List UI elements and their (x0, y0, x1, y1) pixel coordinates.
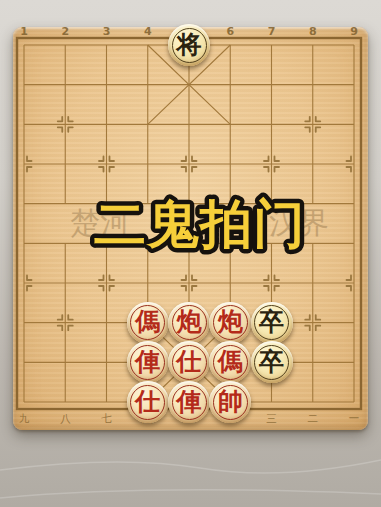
piece-glyph: 炮 (177, 309, 202, 334)
piece-red-cannon-2[interactable]: 炮 (209, 302, 251, 344)
piece-red-general[interactable]: 帥 (209, 381, 251, 423)
piece-glyph: 傌 (135, 309, 160, 334)
piece-glyph: 炮 (218, 309, 243, 334)
piece-red-horse-2[interactable]: 傌 (209, 341, 251, 383)
piece-glyph: 仕 (177, 349, 202, 374)
piece-red-cannon-1[interactable]: 炮 (168, 302, 210, 344)
piece-glyph: 俥 (177, 389, 202, 414)
piece-red-advisor-1[interactable]: 仕 (168, 341, 210, 383)
piece-glyph: 俥 (135, 349, 160, 374)
piece-red-chariot-1[interactable]: 俥 (127, 341, 169, 383)
piece-glyph: 仕 (135, 389, 160, 414)
pieces-layer: 将傌炮炮卒俥仕傌卒仕俥帥 (0, 0, 381, 507)
piece-red-advisor-2[interactable]: 仕 (127, 381, 169, 423)
piece-glyph: 傌 (218, 349, 243, 374)
piece-glyph: 卒 (259, 349, 284, 374)
piece-red-horse-1[interactable]: 傌 (127, 302, 169, 344)
app-canvas: 楚河 汉界 123456789 九八七六五四三二一 将傌炮炮卒俥仕傌卒仕俥帥 二… (0, 0, 381, 507)
piece-glyph: 帥 (218, 389, 243, 414)
piece-black-general[interactable]: 将 (168, 24, 210, 66)
piece-glyph: 将 (177, 32, 202, 57)
piece-red-chariot-2[interactable]: 俥 (168, 381, 210, 423)
piece-black-soldier-2[interactable]: 卒 (251, 341, 293, 383)
piece-glyph: 卒 (259, 309, 284, 334)
piece-black-soldier-1[interactable]: 卒 (251, 302, 293, 344)
